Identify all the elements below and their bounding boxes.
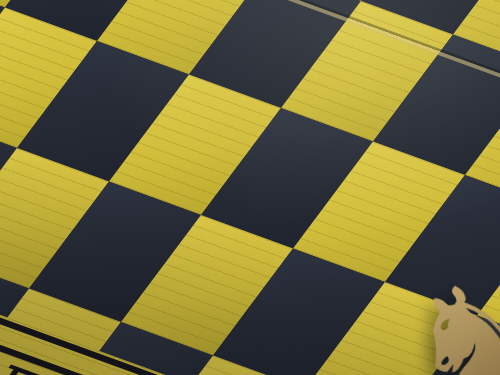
white-knight-piece: ♞ — [382, 250, 500, 375]
chessboard-photo: Г ♟♟♟♛♟♟♚♝♞ — [0, 0, 500, 375]
pieces-layer: ♟♟♟♛♟♟♚♝♞ — [0, 0, 500, 375]
